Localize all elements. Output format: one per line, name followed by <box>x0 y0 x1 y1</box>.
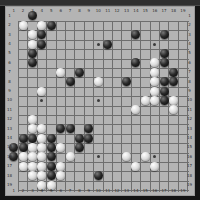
coordinate-label-top: 16 <box>152 9 157 13</box>
coordinate-label-bottom: 2 <box>22 189 25 193</box>
black-stone <box>28 134 37 143</box>
white-stone <box>150 68 159 77</box>
coordinate-label-left: 13 <box>7 127 12 131</box>
black-stone <box>103 40 112 49</box>
white-stone <box>94 77 103 86</box>
coordinate-label-top: 9 <box>88 9 91 13</box>
black-stone <box>66 124 75 133</box>
white-stone <box>28 162 37 171</box>
coordinate-label-right: 8 <box>188 80 191 84</box>
coordinate-label-bottom: 9 <box>88 189 91 193</box>
coordinate-label-bottom: 11 <box>105 189 110 193</box>
coordinate-label-left: 4 <box>8 42 11 46</box>
coordinate-label-right: 4 <box>188 42 191 46</box>
black-stone <box>160 49 169 58</box>
white-stone <box>169 96 178 105</box>
black-stone <box>160 87 169 96</box>
coordinate-label-top: 3 <box>31 9 34 13</box>
coordinate-label-bottom: 7 <box>69 189 72 193</box>
white-stone <box>37 87 46 96</box>
coordinate-label-bottom: 1 <box>12 189 15 193</box>
white-stone <box>150 162 159 171</box>
coordinate-label-right: 2 <box>188 23 191 27</box>
coordinate-label-right: 10 <box>187 98 192 102</box>
coordinate-label-right: 9 <box>188 89 191 93</box>
star-point <box>97 99 100 102</box>
coordinate-label-top: 10 <box>96 9 101 13</box>
coordinate-label-left: 15 <box>7 145 12 149</box>
coordinate-label-right: 12 <box>187 117 192 121</box>
black-stone <box>75 143 84 152</box>
coordinate-label-left: 5 <box>8 51 11 55</box>
coordinate-label-bottom: 17 <box>162 189 167 193</box>
coordinate-label-right: 6 <box>188 61 191 65</box>
coordinate-label-left: 16 <box>7 155 12 159</box>
white-stone <box>19 162 28 171</box>
black-stone <box>160 58 169 67</box>
coordinate-label-left: 2 <box>8 23 11 27</box>
black-stone <box>75 134 84 143</box>
black-stone <box>47 21 56 30</box>
coordinate-label-right: 1 <box>188 14 191 18</box>
coordinate-label-bottom: 18 <box>171 189 176 193</box>
coordinate-label-top: 7 <box>69 9 72 13</box>
coordinate-label-top: 11 <box>105 9 110 13</box>
go-app-window: 1234567891011121314151617181912345678910… <box>0 0 200 200</box>
coordinate-label-top: 2 <box>22 9 25 13</box>
coordinate-label-right: 18 <box>187 174 192 178</box>
coordinate-label-right: 13 <box>187 127 192 131</box>
coordinate-label-bottom: 10 <box>96 189 101 193</box>
white-stone <box>19 21 28 30</box>
coordinate-label-top: 5 <box>50 9 53 13</box>
coordinate-label-right: 14 <box>187 136 192 140</box>
coordinate-label-left: 10 <box>7 98 12 102</box>
coordinate-label-bottom: 6 <box>59 189 62 193</box>
coordinate-label-left: 18 <box>7 174 12 178</box>
coordinate-label-top: 12 <box>115 9 120 13</box>
coordinate-label-right: 11 <box>187 108 192 112</box>
coordinate-label-bottom: 8 <box>78 189 81 193</box>
coordinate-label-bottom: 15 <box>143 189 148 193</box>
black-stone <box>160 96 169 105</box>
coordinate-label-top: 4 <box>41 9 44 13</box>
black-stone <box>66 77 75 86</box>
coordinate-label-bottom: 3 <box>31 189 34 193</box>
black-stone <box>47 134 56 143</box>
black-stone <box>160 30 169 39</box>
white-stone <box>28 115 37 124</box>
white-stone <box>28 143 37 152</box>
coordinate-label-top: 15 <box>143 9 148 13</box>
white-stone <box>37 134 46 143</box>
coordinate-label-top: 13 <box>124 9 129 13</box>
white-stone <box>28 40 37 49</box>
black-stone <box>94 171 103 180</box>
coordinate-label-left: 7 <box>8 70 11 74</box>
black-stone <box>84 134 93 143</box>
coordinate-label-right: 3 <box>188 33 191 37</box>
white-stone <box>150 87 159 96</box>
coordinate-label-right: 15 <box>187 145 192 149</box>
white-stone <box>19 152 28 161</box>
white-stone <box>56 162 65 171</box>
black-stone <box>75 68 84 77</box>
coordinate-label-top: 1 <box>12 9 15 13</box>
white-stone <box>141 96 150 105</box>
black-stone <box>160 77 169 86</box>
black-stone <box>47 162 56 171</box>
black-stone <box>169 68 178 77</box>
coordinate-label-left: 17 <box>7 164 12 168</box>
coordinate-label-top: 8 <box>78 9 81 13</box>
coordinate-label-left: 8 <box>8 80 11 84</box>
white-stone <box>66 152 75 161</box>
coordinate-label-right: 19 <box>187 183 192 187</box>
black-stone <box>37 40 46 49</box>
coordinate-label-top: 19 <box>180 9 185 13</box>
coordinate-label-bottom: 14 <box>133 189 138 193</box>
coordinate-label-left: 19 <box>7 183 12 187</box>
coordinate-label-left: 11 <box>7 108 12 112</box>
coordinate-label-right: 17 <box>187 164 192 168</box>
coordinate-label-top: 17 <box>162 9 167 13</box>
coordinate-label-left: 6 <box>8 61 11 65</box>
coordinate-label-right: 7 <box>188 70 191 74</box>
black-stone <box>47 171 56 180</box>
star-point <box>97 43 100 46</box>
coordinate-label-left: 12 <box>7 117 12 121</box>
coordinate-label-top: 18 <box>171 9 176 13</box>
coordinate-label-right: 16 <box>187 155 192 159</box>
coordinate-label-left: 1 <box>8 14 11 18</box>
coordinate-label-bottom: 13 <box>124 189 129 193</box>
black-stone <box>28 49 37 58</box>
coordinate-label-bottom: 16 <box>152 189 157 193</box>
coordinate-label-bottom: 5 <box>50 189 53 193</box>
coordinate-label-right: 5 <box>188 51 191 55</box>
coordinate-label-bottom: 4 <box>41 189 44 193</box>
coordinate-label-bottom: 12 <box>115 189 120 193</box>
star-point <box>153 43 156 46</box>
coordinate-label-left: 14 <box>7 136 12 140</box>
coordinate-label-left: 3 <box>8 33 11 37</box>
black-stone <box>19 134 28 143</box>
coordinate-label-left: 9 <box>8 89 11 93</box>
black-stone <box>47 143 56 152</box>
coordinate-label-bottom: 19 <box>180 189 185 193</box>
coordinate-label-top: 14 <box>133 9 138 13</box>
coordinate-label-top: 6 <box>59 9 62 13</box>
black-stone <box>19 143 28 152</box>
white-stone <box>56 68 65 77</box>
